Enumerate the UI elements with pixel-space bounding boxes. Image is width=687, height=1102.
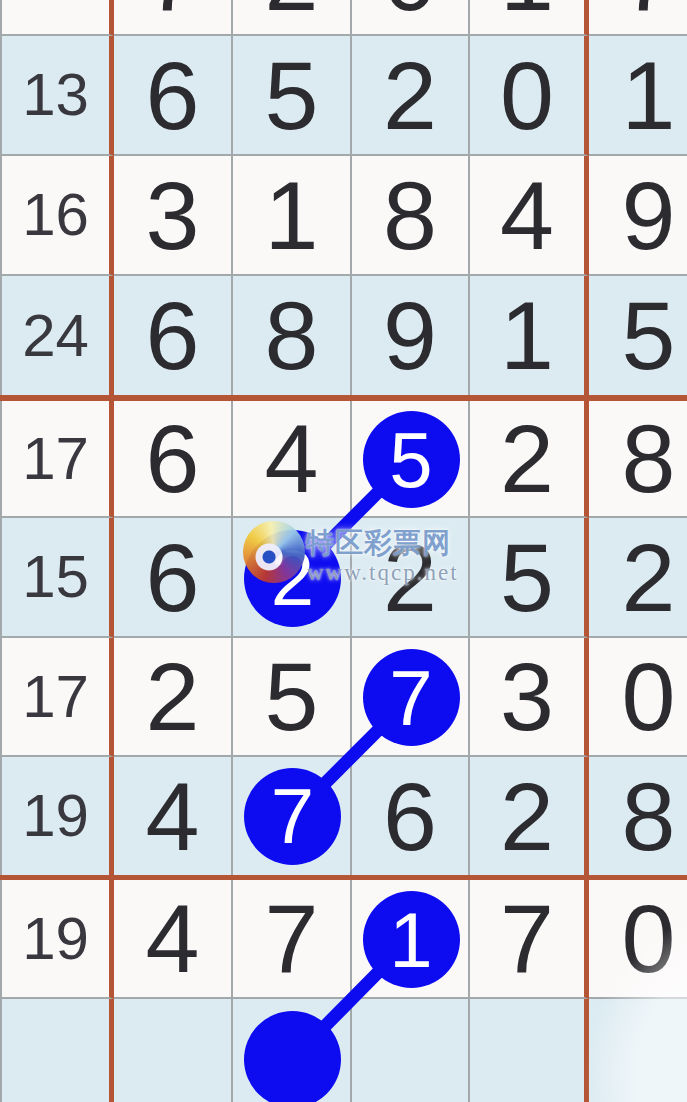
sum-cell: 17 [0, 401, 114, 518]
digit-cell: 1 [470, 0, 589, 36]
digit-cell: 0 [470, 36, 589, 156]
trend-mark-circle: 2 [244, 530, 341, 627]
digit-cell [114, 999, 233, 1102]
digit-cell: 4 [114, 757, 233, 875]
digit-cell: 4 [233, 401, 352, 518]
sum-cell: 19 [0, 757, 114, 875]
digit-cell: 0 [352, 0, 470, 36]
trend-chart: 7201713652011631849246891517645281562252… [0, 0, 687, 1102]
digit-cell: 6 [114, 276, 233, 395]
digit-cell: 6 [352, 757, 470, 875]
trend-mark-circle: 7 [363, 649, 460, 746]
digit-cell: 6 [114, 36, 233, 156]
digit-cell: 8 [233, 276, 352, 395]
digit-cell: 0 [589, 638, 687, 757]
trend-mark-dot [244, 1011, 341, 1102]
digit-cell: 1 [233, 156, 352, 276]
sum-cell [0, 0, 114, 36]
digit-cell: 2 [233, 0, 352, 36]
digit-cell: 8 [589, 401, 687, 518]
digit-cell: 6 [114, 401, 233, 518]
digit-cell: 6 [114, 518, 233, 638]
digit-cell: 2 [114, 638, 233, 757]
digit-cell: 4 [470, 156, 589, 276]
sum-cell: 24 [0, 276, 114, 395]
digit-cell: 3 [114, 156, 233, 276]
digit-cell: 9 [589, 156, 687, 276]
sum-cell: 15 [0, 518, 114, 638]
trend-grid: 7201713652011631849246891517645281562252… [0, 0, 687, 1102]
trend-mark-circle: 5 [363, 411, 460, 508]
digit-cell: 5 [470, 518, 589, 638]
digit-cell: 2 [470, 401, 589, 518]
sum-cell: 13 [0, 36, 114, 156]
digit-cell: 4 [114, 880, 233, 999]
digit-cell: 7 [470, 880, 589, 999]
digit-cell: 5 [233, 36, 352, 156]
sum-cell: 19 [0, 880, 114, 999]
digit-cell: 2 [470, 757, 589, 875]
sum-cell: 16 [0, 156, 114, 276]
digit-cell [470, 999, 589, 1102]
digit-cell: 5 [233, 638, 352, 757]
digit-cell: 7 [233, 880, 352, 999]
digit-cell: 2 [352, 518, 470, 638]
digit-cell: 5 [589, 276, 687, 395]
digit-cell: 2 [589, 518, 687, 638]
sum-cell: 17 [0, 638, 114, 757]
digit-cell: 8 [589, 757, 687, 875]
digit-cell: 8 [352, 156, 470, 276]
digit-cell: 3 [470, 638, 589, 757]
digit-cell: 7 [114, 0, 233, 36]
digit-cell [352, 999, 470, 1102]
trend-mark-circle: 7 [244, 768, 341, 865]
digit-cell: 2 [352, 36, 470, 156]
digit-cell: 7 [589, 0, 687, 36]
trend-mark-circle: 1 [363, 891, 460, 988]
digit-cell: 9 [352, 276, 470, 395]
digit-cell: 1 [589, 36, 687, 156]
digit-cell: 1 [470, 276, 589, 395]
sum-cell [0, 999, 114, 1102]
